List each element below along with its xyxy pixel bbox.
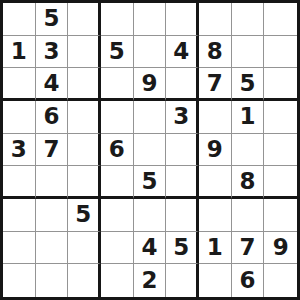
cell-r9c8[interactable]: 6 (232, 264, 265, 297)
cell-r5c4[interactable]: 6 (101, 134, 134, 167)
cell-r2c6[interactable]: 4 (166, 36, 199, 69)
cell-r3c1[interactable] (3, 68, 36, 101)
cell-r7c1[interactable] (3, 199, 36, 232)
cell-r3c8[interactable]: 5 (232, 68, 265, 101)
cell-r4c4[interactable] (101, 101, 134, 134)
cell-r2c3[interactable] (68, 36, 101, 69)
cell-r5c2[interactable]: 7 (36, 134, 69, 167)
cell-r5c5[interactable] (134, 134, 167, 167)
cell-r8c8[interactable]: 7 (232, 232, 265, 265)
cell-r4c3[interactable] (68, 101, 101, 134)
cell-r3c4[interactable] (101, 68, 134, 101)
cell-r9c2[interactable] (36, 264, 69, 297)
cell-r1c9[interactable] (264, 3, 297, 36)
cell-r6c1[interactable] (3, 166, 36, 199)
cell-r2c4[interactable]: 5 (101, 36, 134, 69)
cell-r2c9[interactable] (264, 36, 297, 69)
cell-r5c6[interactable] (166, 134, 199, 167)
cell-r3c5[interactable]: 9 (134, 68, 167, 101)
cell-r4c9[interactable] (264, 101, 297, 134)
cell-r1c2[interactable]: 5 (36, 3, 69, 36)
cell-r4c5[interactable] (134, 101, 167, 134)
cell-r1c7[interactable] (199, 3, 232, 36)
cell-r9c7[interactable] (199, 264, 232, 297)
cell-r6c9[interactable] (264, 166, 297, 199)
cell-r6c4[interactable] (101, 166, 134, 199)
cell-r1c6[interactable] (166, 3, 199, 36)
cell-r1c1[interactable] (3, 3, 36, 36)
cell-r9c4[interactable] (101, 264, 134, 297)
cell-r8c5[interactable]: 4 (134, 232, 167, 265)
cell-r5c9[interactable] (264, 134, 297, 167)
cell-r8c6[interactable]: 5 (166, 232, 199, 265)
cell-r7c3[interactable]: 5 (68, 199, 101, 232)
cell-r7c6[interactable] (166, 199, 199, 232)
cell-r8c1[interactable] (3, 232, 36, 265)
cell-r2c8[interactable] (232, 36, 265, 69)
cell-r9c6[interactable] (166, 264, 199, 297)
cell-r5c7[interactable]: 9 (199, 134, 232, 167)
cell-r2c1[interactable]: 1 (3, 36, 36, 69)
cell-r8c7[interactable]: 1 (199, 232, 232, 265)
cell-r2c2[interactable]: 3 (36, 36, 69, 69)
cell-r8c4[interactable] (101, 232, 134, 265)
cell-r7c2[interactable] (36, 199, 69, 232)
cell-r1c5[interactable] (134, 3, 167, 36)
cell-r4c8[interactable]: 1 (232, 101, 265, 134)
cell-r6c2[interactable] (36, 166, 69, 199)
cell-r8c2[interactable] (36, 232, 69, 265)
cell-r9c3[interactable] (68, 264, 101, 297)
cell-r2c5[interactable] (134, 36, 167, 69)
cell-r4c7[interactable] (199, 101, 232, 134)
cell-r6c6[interactable] (166, 166, 199, 199)
cell-r4c1[interactable] (3, 101, 36, 134)
cell-r9c1[interactable] (3, 264, 36, 297)
cell-r4c2[interactable]: 6 (36, 101, 69, 134)
cell-r3c2[interactable]: 4 (36, 68, 69, 101)
cell-r8c9[interactable]: 9 (264, 232, 297, 265)
cell-r9c9[interactable] (264, 264, 297, 297)
cell-r3c6[interactable] (166, 68, 199, 101)
cell-r2c7[interactable]: 8 (199, 36, 232, 69)
cell-r4c6[interactable]: 3 (166, 101, 199, 134)
sudoku-board: 513548497563137695854517926 (0, 0, 300, 300)
cell-r1c3[interactable] (68, 3, 101, 36)
cell-r3c9[interactable] (264, 68, 297, 101)
cell-r1c8[interactable] (232, 3, 265, 36)
cell-r5c8[interactable] (232, 134, 265, 167)
cell-r7c9[interactable] (264, 199, 297, 232)
cell-r3c7[interactable]: 7 (199, 68, 232, 101)
cell-r7c4[interactable] (101, 199, 134, 232)
cell-r3c3[interactable] (68, 68, 101, 101)
cell-r6c8[interactable]: 8 (232, 166, 265, 199)
cell-r7c7[interactable] (199, 199, 232, 232)
cell-r7c8[interactable] (232, 199, 265, 232)
cell-r5c3[interactable] (68, 134, 101, 167)
cell-r7c5[interactable] (134, 199, 167, 232)
cell-r6c5[interactable]: 5 (134, 166, 167, 199)
cell-r8c3[interactable] (68, 232, 101, 265)
cell-r9c5[interactable]: 2 (134, 264, 167, 297)
cell-r1c4[interactable] (101, 3, 134, 36)
cell-r6c3[interactable] (68, 166, 101, 199)
cell-r6c7[interactable] (199, 166, 232, 199)
cell-r5c1[interactable]: 3 (3, 134, 36, 167)
